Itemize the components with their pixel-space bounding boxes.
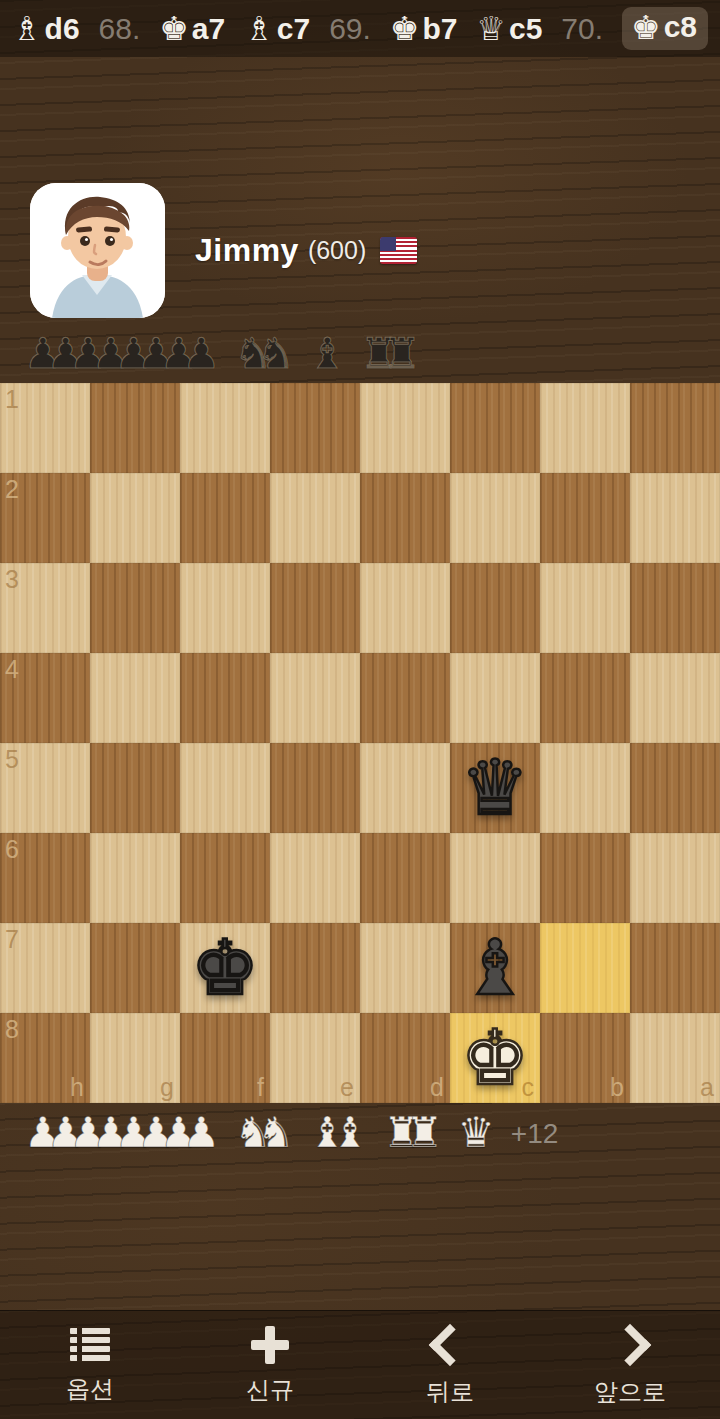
rank-label: 5 bbox=[5, 747, 19, 772]
square-a4[interactable] bbox=[630, 653, 720, 743]
captured-piece-icon: ♜ bbox=[383, 331, 421, 377]
move-item[interactable]: ♚c8 bbox=[622, 7, 708, 50]
captured-knights-group: ♞♞ bbox=[234, 331, 294, 377]
square-f7[interactable]: ♚ bbox=[180, 923, 270, 1013]
chess-app-screen: ♗d668.♚a7♗c769.♚b7♕c570.♚c8 bbox=[0, 0, 720, 1419]
square-c6[interactable] bbox=[450, 833, 540, 923]
avatar-illustration bbox=[30, 183, 165, 318]
plus-icon bbox=[251, 1326, 289, 1364]
us-flag-icon bbox=[380, 237, 417, 264]
captured-pieces-bottom: ♟♟♟♟♟♟♟♟♞♞♝♝♜♜♛+12 bbox=[24, 1110, 558, 1156]
square-g6[interactable] bbox=[90, 833, 180, 923]
square-d3[interactable] bbox=[360, 563, 450, 653]
captured-piece-icon: ♜ bbox=[406, 1110, 444, 1156]
square-e8[interactable]: e bbox=[270, 1013, 360, 1103]
black-queen[interactable]: ♛ bbox=[450, 743, 540, 833]
move-piece-icon: ♚ bbox=[390, 12, 420, 45]
square-b1[interactable] bbox=[540, 383, 630, 473]
chevron-left-icon bbox=[429, 1323, 471, 1365]
square-b7[interactable] bbox=[540, 923, 630, 1013]
square-h7[interactable]: 7 bbox=[0, 923, 90, 1013]
square-a6[interactable] bbox=[630, 833, 720, 923]
rank-label: 3 bbox=[5, 567, 19, 592]
square-b4[interactable] bbox=[540, 653, 630, 743]
move-list-bar: ♗d668.♚a7♗c769.♚b7♕c570.♚c8 bbox=[0, 0, 720, 57]
black-king[interactable]: ♚ bbox=[180, 923, 270, 1013]
rank-label: 1 bbox=[5, 387, 19, 412]
square-h1[interactable]: 1 bbox=[0, 383, 90, 473]
move-number[interactable]: 70. bbox=[561, 12, 603, 46]
square-h2[interactable]: 2 bbox=[0, 473, 90, 563]
rank-label: 2 bbox=[5, 477, 19, 502]
captured-bishops-group: ♝♝ bbox=[309, 1110, 369, 1156]
captured-piece-icon: ♟ bbox=[183, 1110, 221, 1156]
rank-label: 6 bbox=[5, 837, 19, 862]
square-a3[interactable] bbox=[630, 563, 720, 653]
captured-piece-icon: ♝ bbox=[331, 1110, 369, 1156]
square-f3[interactable] bbox=[180, 563, 270, 653]
new-game-label: 신규 bbox=[246, 1374, 294, 1406]
list-icon bbox=[70, 1327, 110, 1363]
captured-piece-icon: ♞ bbox=[257, 1110, 295, 1156]
square-b5[interactable] bbox=[540, 743, 630, 833]
captured-piece-icon: ♛ bbox=[457, 1110, 495, 1156]
square-g8[interactable]: g bbox=[90, 1013, 180, 1103]
move-item[interactable]: ♚b7 bbox=[390, 12, 458, 46]
back-label: 뒤로 bbox=[426, 1376, 474, 1408]
square-f1[interactable] bbox=[180, 383, 270, 473]
captured-piece-icon: ♟ bbox=[183, 331, 221, 377]
square-c8[interactable]: c♚ bbox=[450, 1013, 540, 1103]
square-f8[interactable]: f bbox=[180, 1013, 270, 1103]
square-b3[interactable] bbox=[540, 563, 630, 653]
square-f6[interactable] bbox=[180, 833, 270, 923]
square-e3[interactable] bbox=[270, 563, 360, 653]
square-g2[interactable] bbox=[90, 473, 180, 563]
square-a1[interactable] bbox=[630, 383, 720, 473]
square-c3[interactable] bbox=[450, 563, 540, 653]
captured-rooks-group: ♜♜ bbox=[360, 331, 420, 377]
square-h6[interactable]: 6 bbox=[0, 833, 90, 923]
move-item[interactable]: ♗d6 bbox=[12, 12, 80, 46]
square-b2[interactable] bbox=[540, 473, 630, 563]
player-rating: (600) bbox=[308, 236, 366, 265]
square-f2[interactable] bbox=[180, 473, 270, 563]
chess-board[interactable]: 12345♛67♚♝8hgfedc♚ba bbox=[0, 383, 720, 1103]
square-a2[interactable] bbox=[630, 473, 720, 563]
rank-label: 8 bbox=[5, 1017, 19, 1042]
rank-label: 7 bbox=[5, 927, 19, 952]
square-g3[interactable] bbox=[90, 563, 180, 653]
chevron-right-icon bbox=[609, 1323, 651, 1365]
rank-label: 4 bbox=[5, 657, 19, 682]
player-info: Jimmy (600) bbox=[30, 183, 417, 318]
square-d2[interactable] bbox=[360, 473, 450, 563]
square-e1[interactable] bbox=[270, 383, 360, 473]
square-c2[interactable] bbox=[450, 473, 540, 563]
move-piece-icon: ♗ bbox=[12, 12, 42, 45]
square-b8[interactable]: b bbox=[540, 1013, 630, 1103]
captured-queens-group: ♛ bbox=[457, 1110, 495, 1156]
file-label: a bbox=[700, 1075, 714, 1100]
square-e5[interactable] bbox=[270, 743, 360, 833]
square-f4[interactable] bbox=[180, 653, 270, 743]
move-piece-icon: ♗ bbox=[244, 12, 274, 45]
captured-pawns-group: ♟♟♟♟♟♟♟♟ bbox=[24, 1110, 220, 1156]
square-a5[interactable] bbox=[630, 743, 720, 833]
file-label: f bbox=[257, 1075, 264, 1100]
square-d8[interactable]: d bbox=[360, 1013, 450, 1103]
black-bishop[interactable]: ♝ bbox=[450, 923, 540, 1013]
square-e4[interactable] bbox=[270, 653, 360, 743]
bottom-toolbar: 옵션 신규 뒤로 앞으로 bbox=[0, 1310, 720, 1419]
square-d6[interactable] bbox=[360, 833, 450, 923]
move-number[interactable]: 68. bbox=[99, 12, 141, 46]
move-piece-icon: ♚ bbox=[631, 11, 661, 44]
file-label: g bbox=[160, 1075, 174, 1100]
square-g4[interactable] bbox=[90, 653, 180, 743]
captured-bishops-group: ♝ bbox=[309, 331, 347, 377]
square-c7[interactable]: ♝ bbox=[450, 923, 540, 1013]
square-f5[interactable] bbox=[180, 743, 270, 833]
avatar bbox=[30, 183, 165, 318]
square-g7[interactable] bbox=[90, 923, 180, 1013]
square-b6[interactable] bbox=[540, 833, 630, 923]
forward-button[interactable]: 앞으로 bbox=[550, 1324, 710, 1408]
square-h8[interactable]: 8h bbox=[0, 1013, 90, 1103]
options-label: 옵션 bbox=[66, 1373, 114, 1405]
square-g1[interactable] bbox=[90, 383, 180, 473]
move-piece-icon: ♕ bbox=[476, 12, 506, 45]
options-button[interactable]: 옵션 bbox=[10, 1327, 170, 1405]
move-item[interactable]: ♕c5 bbox=[476, 12, 542, 46]
move-item[interactable]: ♗c7 bbox=[244, 12, 310, 46]
square-a7[interactable] bbox=[630, 923, 720, 1013]
square-d1[interactable] bbox=[360, 383, 450, 473]
square-c1[interactable] bbox=[450, 383, 540, 473]
file-label: b bbox=[610, 1075, 624, 1100]
captured-rooks-group: ♜♜ bbox=[383, 1110, 443, 1156]
square-e2[interactable] bbox=[270, 473, 360, 563]
square-d7[interactable] bbox=[360, 923, 450, 1013]
file-label: d bbox=[430, 1075, 444, 1100]
captured-piece-icon: ♞ bbox=[257, 331, 295, 377]
captured-piece-icon: ♝ bbox=[309, 331, 347, 377]
square-e7[interactable] bbox=[270, 923, 360, 1013]
square-d4[interactable] bbox=[360, 653, 450, 743]
material-advantage: +12 bbox=[511, 1112, 559, 1156]
square-e6[interactable] bbox=[270, 833, 360, 923]
square-c5[interactable]: ♛ bbox=[450, 743, 540, 833]
move-item[interactable]: ♚a7 bbox=[159, 12, 225, 46]
square-g5[interactable] bbox=[90, 743, 180, 833]
forward-label: 앞으로 bbox=[594, 1376, 666, 1408]
white-king[interactable]: ♚ bbox=[450, 1013, 540, 1103]
square-h5[interactable]: 5 bbox=[0, 743, 90, 833]
file-label: e bbox=[340, 1075, 354, 1100]
move-number[interactable]: 69. bbox=[329, 12, 371, 46]
square-h3[interactable]: 3 bbox=[0, 563, 90, 653]
player-name: Jimmy bbox=[195, 232, 299, 269]
move-piece-icon: ♚ bbox=[159, 12, 189, 45]
captured-pieces-top: ♟♟♟♟♟♟♟♟♞♞♝♜♜ bbox=[24, 331, 435, 377]
square-d5[interactable] bbox=[360, 743, 450, 833]
square-a8[interactable]: a bbox=[630, 1013, 720, 1103]
new-game-button[interactable]: 신규 bbox=[190, 1326, 350, 1406]
square-c4[interactable] bbox=[450, 653, 540, 743]
captured-pawns-group: ♟♟♟♟♟♟♟♟ bbox=[24, 331, 220, 377]
back-button[interactable]: 뒤로 bbox=[370, 1324, 530, 1408]
captured-knights-group: ♞♞ bbox=[234, 1110, 294, 1156]
file-label: h bbox=[70, 1075, 84, 1100]
square-h4[interactable]: 4 bbox=[0, 653, 90, 743]
